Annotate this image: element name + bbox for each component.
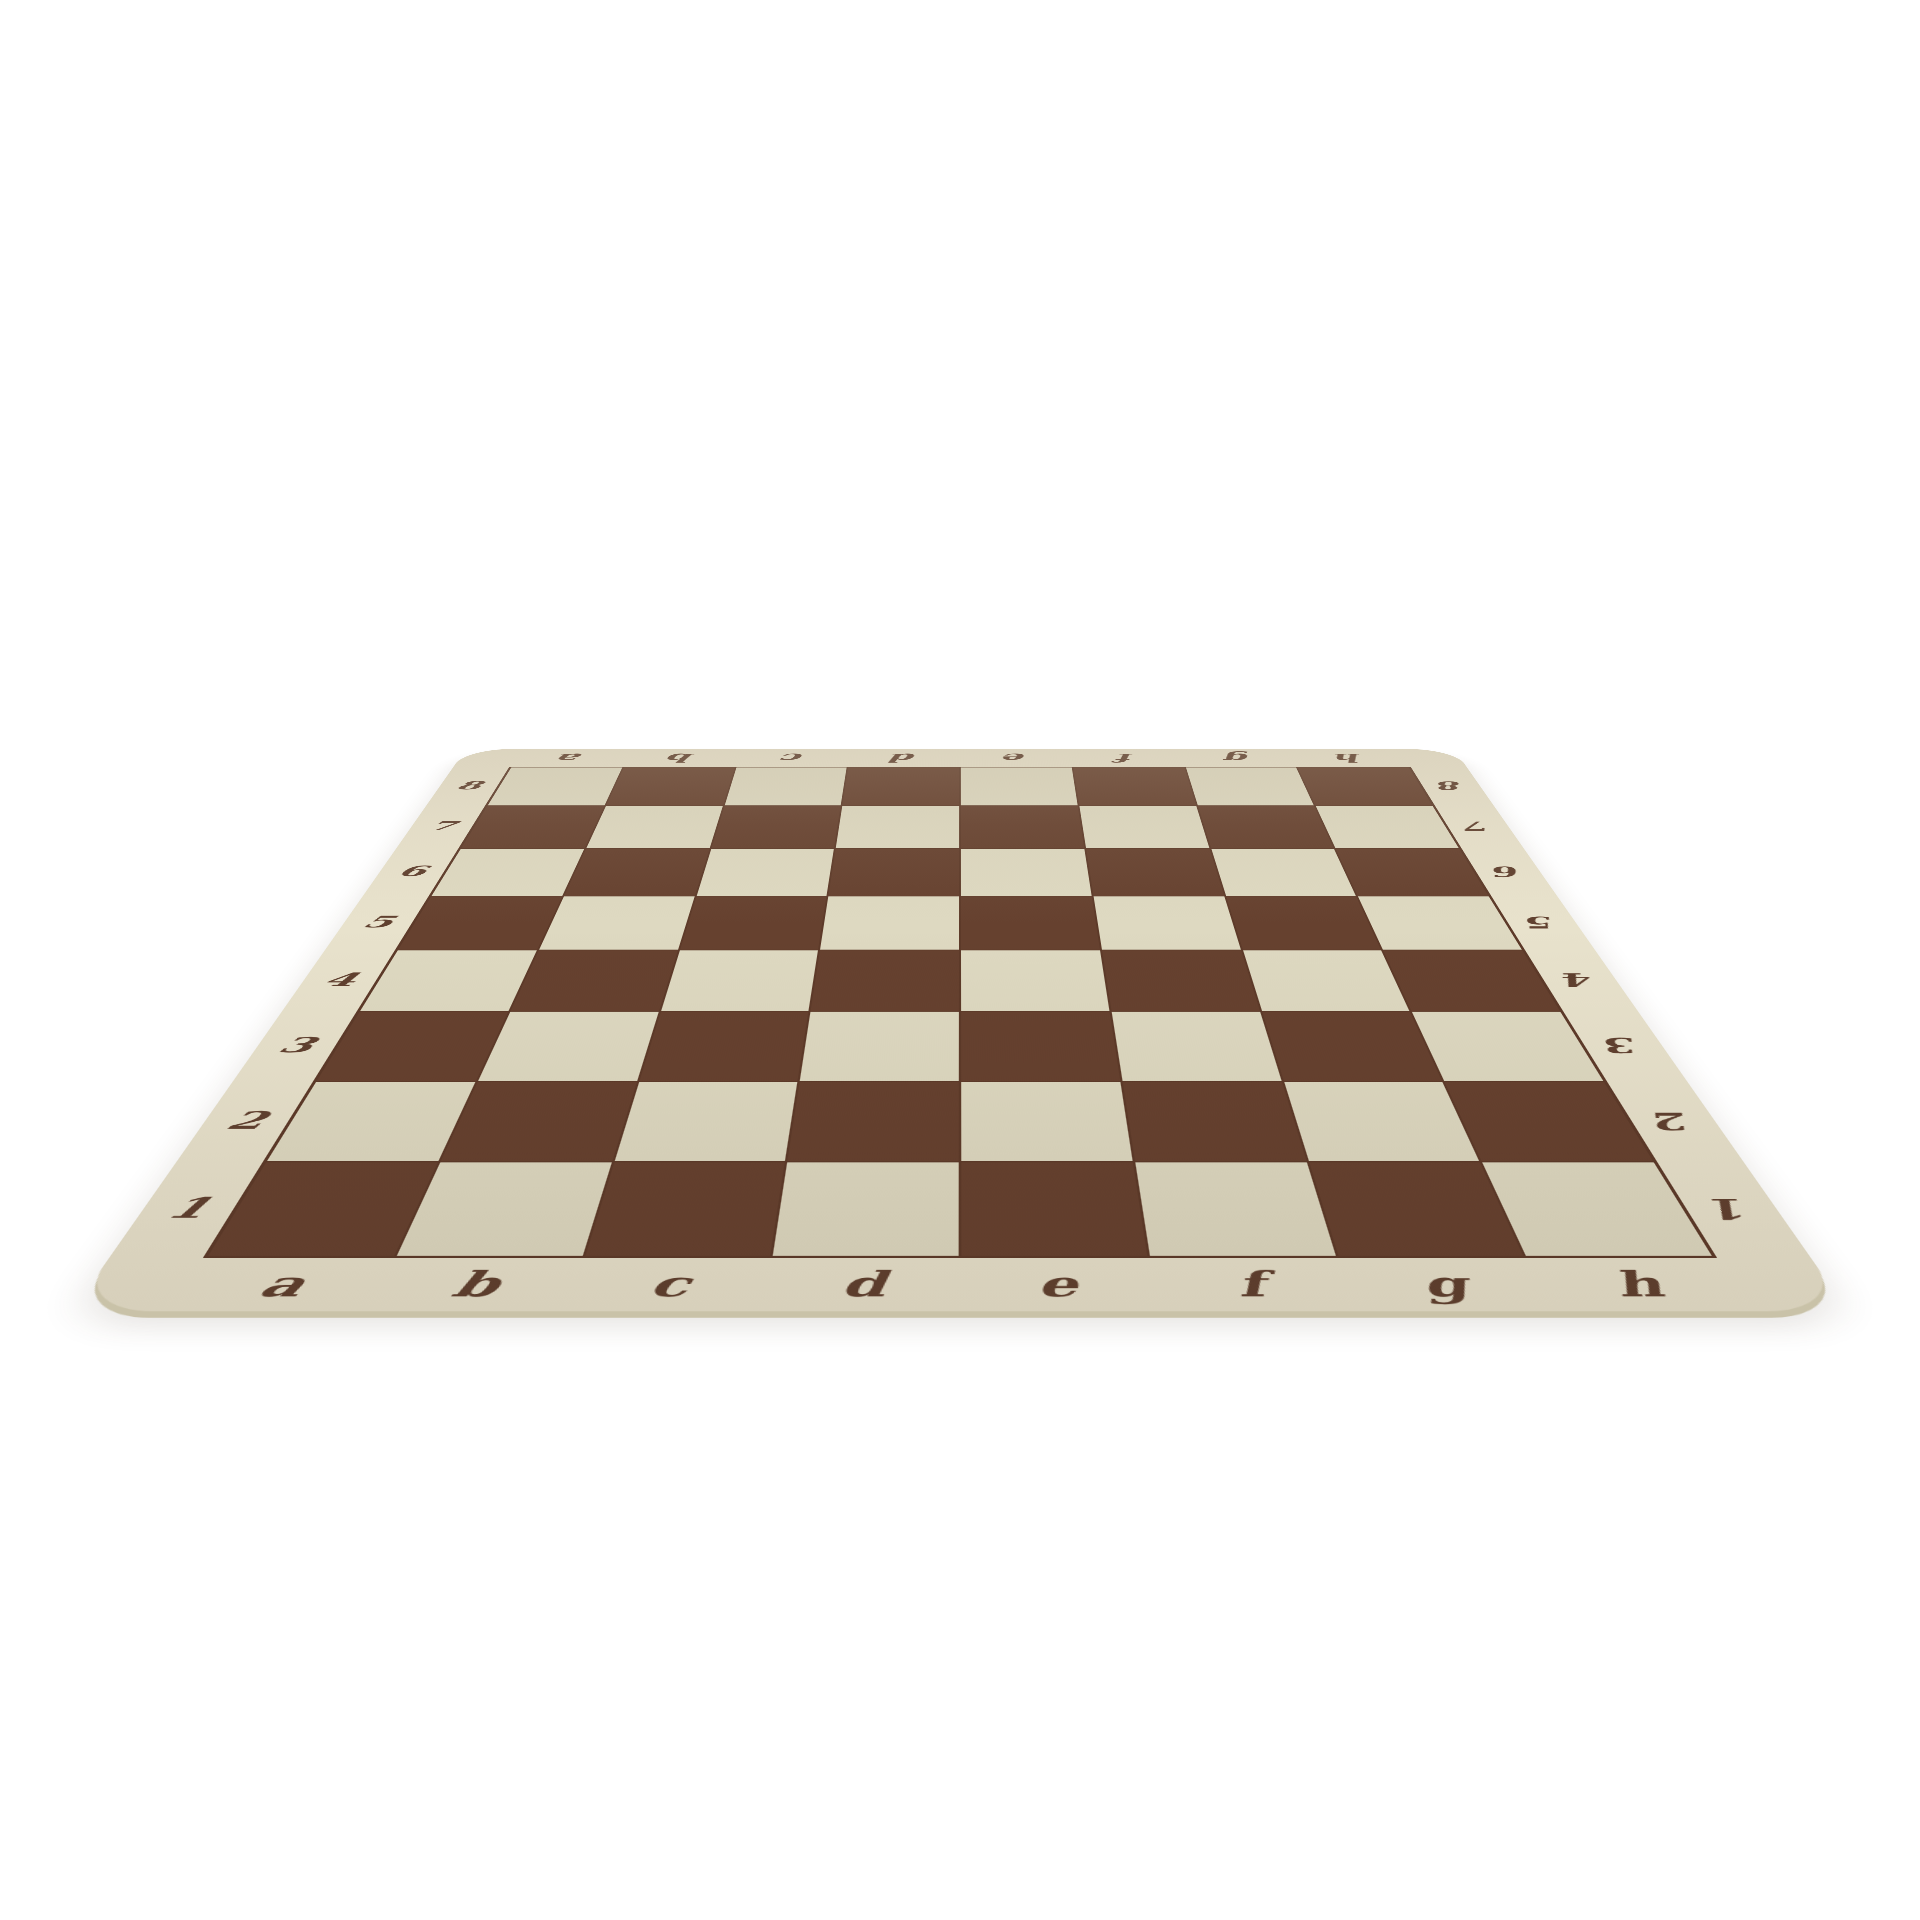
- file-bottom-label-b: b: [367, 1258, 581, 1311]
- square-b3: [478, 1012, 658, 1081]
- square-b4: [511, 950, 678, 1010]
- file-bottom-label-c: c: [565, 1258, 771, 1311]
- square-c6: [696, 849, 834, 896]
- square-a7: [461, 806, 604, 848]
- square-f2: [1122, 1082, 1306, 1162]
- square-g8: [1186, 767, 1314, 805]
- file-top-label-d: d: [847, 749, 960, 767]
- square-b5: [539, 897, 694, 950]
- file-bottom-label-d: d: [762, 1258, 960, 1311]
- square-e3: [961, 1012, 1120, 1081]
- chess-mat: abcdefgh abcdefgh 87654321 87654321: [72, 749, 1849, 1311]
- square-c7: [711, 806, 841, 848]
- square-f8: [1073, 767, 1196, 805]
- square-f6: [1086, 849, 1224, 896]
- square-g4: [1243, 950, 1410, 1010]
- file-bottom-label-f: f: [1149, 1258, 1355, 1311]
- square-a8: [488, 767, 622, 805]
- file-top-label-a: a: [509, 749, 630, 767]
- square-g6: [1211, 849, 1356, 896]
- square-d7: [836, 806, 959, 848]
- square-d4: [811, 950, 959, 1010]
- file-top-label-e: e: [960, 749, 1073, 767]
- file-labels-bottom: abcdefgh: [170, 1258, 1751, 1311]
- square-g7: [1198, 806, 1334, 848]
- square-c2: [614, 1082, 798, 1162]
- square-b2: [440, 1082, 636, 1162]
- square-f3: [1111, 1012, 1281, 1081]
- product-photo-scene: abcdefgh abcdefgh 87654321 87654321: [0, 0, 1920, 1920]
- square-d6: [829, 849, 959, 896]
- file-top-label-h: h: [1290, 749, 1411, 767]
- file-top-label-g: g: [1180, 749, 1298, 767]
- square-e4: [961, 950, 1109, 1010]
- square-d8: [843, 767, 960, 805]
- square-f4: [1102, 950, 1259, 1010]
- square-d5: [820, 897, 959, 950]
- square-e1: [961, 1163, 1147, 1256]
- square-e2: [961, 1082, 1132, 1162]
- square-h7: [1316, 806, 1459, 848]
- square-e6: [961, 849, 1091, 896]
- square-f7: [1079, 806, 1209, 848]
- file-bottom-label-h: h: [1528, 1258, 1751, 1311]
- square-e7: [961, 806, 1084, 848]
- square-c3: [639, 1012, 809, 1081]
- square-h8: [1298, 767, 1432, 805]
- file-top-label-c: c: [735, 749, 850, 767]
- square-c4: [661, 950, 818, 1010]
- square-b6: [564, 849, 709, 896]
- square-e8: [961, 767, 1078, 805]
- square-f5: [1093, 897, 1240, 950]
- square-b7: [586, 806, 722, 848]
- square-e5: [961, 897, 1100, 950]
- square-g5: [1226, 897, 1381, 950]
- square-f1: [1135, 1163, 1335, 1256]
- square-d3: [800, 1012, 959, 1081]
- file-bottom-label-e: e: [960, 1258, 1158, 1311]
- square-b8: [606, 767, 734, 805]
- square-c5: [680, 897, 827, 950]
- square-c8: [724, 767, 847, 805]
- file-top-label-b: b: [622, 749, 740, 767]
- file-bottom-label-g: g: [1339, 1258, 1553, 1311]
- square-c1: [585, 1163, 785, 1256]
- square-d1: [773, 1163, 959, 1256]
- square-g3: [1262, 1012, 1442, 1081]
- file-bottom-label-a: a: [170, 1258, 393, 1311]
- file-labels-top: abcdefgh: [509, 749, 1410, 767]
- file-top-label-f: f: [1070, 749, 1185, 767]
- square-a6: [432, 849, 584, 896]
- square-d2: [788, 1082, 959, 1162]
